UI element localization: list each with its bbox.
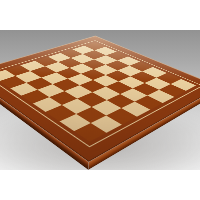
product-photo — [0, 0, 200, 200]
square-f6 — [78, 92, 106, 106]
scene — [0, 30, 200, 170]
square-d8 — [21, 90, 49, 104]
board-top-face — [0, 36, 200, 162]
light-glare — [0, 36, 200, 162]
square-e6 — [65, 85, 92, 98]
square-b8 — [0, 76, 26, 88]
photo-backdrop — [0, 30, 200, 170]
square-g7 — [76, 107, 106, 123]
square-g4 — [120, 88, 147, 101]
square-f4 — [106, 81, 133, 94]
square-f5 — [92, 87, 119, 100]
square-h7 — [91, 115, 122, 133]
square-d6 — [53, 79, 80, 91]
square-g6 — [92, 100, 121, 115]
square-g8 — [59, 114, 90, 131]
letterbox-bottom — [0, 170, 200, 200]
square-c7 — [26, 77, 53, 89]
square-g5 — [106, 94, 134, 108]
chess-board — [0, 36, 200, 162]
square-e5 — [79, 80, 106, 92]
square-f8 — [46, 105, 76, 121]
letterbox-top — [0, 0, 200, 30]
square-h8 — [74, 123, 107, 142]
square-f7 — [62, 99, 91, 114]
square-h3 — [147, 90, 174, 103]
square-h6 — [106, 108, 136, 124]
square-d7 — [37, 84, 64, 97]
square-h5 — [121, 101, 150, 116]
square-g3 — [133, 83, 160, 96]
square-h4 — [135, 95, 163, 109]
square-e7 — [49, 91, 77, 105]
square-h2 — [159, 84, 186, 97]
square-c8 — [10, 83, 37, 96]
square-e8 — [33, 97, 62, 112]
